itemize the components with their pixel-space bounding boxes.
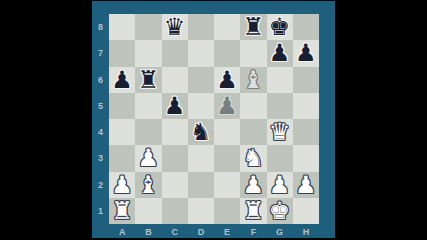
square-f5[interactable] [240,93,266,119]
rank-label-5: 5 [92,93,109,119]
square-g8[interactable]: ♚ [267,14,293,40]
square-a7[interactable] [109,40,135,66]
square-b5[interactable] [135,93,161,119]
square-d1[interactable] [188,198,214,224]
square-a8[interactable] [109,14,135,40]
square-g6[interactable] [267,67,293,93]
square-c7[interactable] [162,40,188,66]
file-label-F: F [240,225,266,238]
square-f8[interactable]: ♜ [240,14,266,40]
square-f1[interactable]: ♜ [240,198,266,224]
square-d6[interactable] [188,67,214,93]
square-h8[interactable] [293,14,319,40]
square-g4[interactable]: ♛ [267,119,293,145]
piece-black-pawn[interactable]: ♟ [216,93,238,119]
piece-white-pawn[interactable]: ♟ [138,145,160,171]
piece-black-rook[interactable]: ♜ [138,67,160,93]
rank-label-7: 7 [92,40,109,66]
square-g2[interactable]: ♟ [267,172,293,198]
rank-label-3: 3 [92,145,109,171]
square-e7[interactable] [214,40,240,66]
letterbox-left [0,0,92,240]
rank-label-8: 8 [92,14,109,40]
file-label-H: H [293,225,319,238]
square-e8[interactable] [214,14,240,40]
rank-label-6: 6 [92,67,109,93]
file-label-E: E [214,225,240,238]
square-a5[interactable] [109,93,135,119]
chess-board-panel: 87654321 ♛♜♚♟♟♟♜♟♝♟♟♞♛♟♞♟♝♟♟♟♜♜♚ ABCDEFG… [92,1,335,238]
piece-black-pawn[interactable]: ♟ [269,40,291,66]
piece-white-bishop[interactable]: ♝ [243,67,265,93]
square-a1[interactable]: ♜ [109,198,135,224]
file-label-D: D [188,225,214,238]
square-h7[interactable]: ♟ [293,40,319,66]
square-b7[interactable] [135,40,161,66]
square-a4[interactable] [109,119,135,145]
square-f4[interactable] [240,119,266,145]
square-d4[interactable]: ♞ [188,119,214,145]
square-c2[interactable] [162,172,188,198]
piece-white-pawn[interactable]: ♟ [295,172,317,198]
file-label-C: C [162,225,188,238]
square-b3[interactable]: ♟ [135,145,161,171]
square-b6[interactable]: ♜ [135,67,161,93]
square-f2[interactable]: ♟ [240,172,266,198]
piece-black-pawn[interactable]: ♟ [216,67,238,93]
square-h3[interactable] [293,145,319,171]
square-h4[interactable] [293,119,319,145]
rank-label-4: 4 [92,119,109,145]
rank-label-1: 1 [92,198,109,224]
square-a3[interactable] [109,145,135,171]
piece-white-knight[interactable]: ♞ [243,145,265,171]
piece-black-pawn[interactable]: ♟ [164,93,186,119]
square-e1[interactable] [214,198,240,224]
square-f6[interactable]: ♝ [240,67,266,93]
square-b1[interactable] [135,198,161,224]
square-a6[interactable]: ♟ [109,67,135,93]
square-f7[interactable] [240,40,266,66]
file-label-G: G [267,225,293,238]
square-d5[interactable] [188,93,214,119]
square-c6[interactable] [162,67,188,93]
square-c3[interactable] [162,145,188,171]
square-f3[interactable]: ♞ [240,145,266,171]
piece-white-rook[interactable]: ♜ [111,198,133,224]
piece-white-bishop[interactable]: ♝ [138,172,160,198]
square-e5[interactable]: ♟ [214,93,240,119]
piece-white-king[interactable]: ♚ [269,198,291,224]
file-labels: ABCDEFGH [109,225,319,238]
file-label-A: A [109,225,135,238]
square-c5[interactable]: ♟ [162,93,188,119]
square-e4[interactable] [214,119,240,145]
square-c8[interactable]: ♛ [162,14,188,40]
square-a2[interactable]: ♟ [109,172,135,198]
square-d8[interactable] [188,14,214,40]
piece-black-queen[interactable]: ♛ [164,14,186,40]
piece-black-pawn[interactable]: ♟ [111,67,133,93]
rank-label-2: 2 [92,172,109,198]
piece-black-rook[interactable]: ♜ [243,14,265,40]
square-h6[interactable] [293,67,319,93]
square-e3[interactable] [214,145,240,171]
square-d2[interactable] [188,172,214,198]
square-g5[interactable] [267,93,293,119]
square-g3[interactable] [267,145,293,171]
file-label-B: B [135,225,161,238]
square-d3[interactable] [188,145,214,171]
letterbox-right [335,0,427,240]
piece-white-queen[interactable]: ♛ [269,119,291,145]
square-b2[interactable]: ♝ [135,172,161,198]
square-b8[interactable] [135,14,161,40]
square-h5[interactable] [293,93,319,119]
piece-white-rook[interactable]: ♜ [243,198,265,224]
square-c4[interactable] [162,119,188,145]
square-c1[interactable] [162,198,188,224]
square-h1[interactable] [293,198,319,224]
rank-labels: 87654321 [92,14,109,224]
square-e6[interactable]: ♟ [214,67,240,93]
square-h2[interactable]: ♟ [293,172,319,198]
square-d7[interactable] [188,40,214,66]
piece-black-king[interactable]: ♚ [269,14,291,40]
square-b4[interactable] [135,119,161,145]
piece-black-pawn[interactable]: ♟ [295,40,317,66]
piece-white-pawn[interactable]: ♟ [269,172,291,198]
piece-white-pawn[interactable]: ♟ [111,172,133,198]
square-g7[interactable]: ♟ [267,40,293,66]
chess-board[interactable]: ♛♜♚♟♟♟♜♟♝♟♟♞♛♟♞♟♝♟♟♟♜♜♚ [109,14,319,224]
piece-white-pawn[interactable]: ♟ [243,172,265,198]
square-g1[interactable]: ♚ [267,198,293,224]
square-e2[interactable] [214,172,240,198]
piece-black-knight[interactable]: ♞ [190,119,212,145]
